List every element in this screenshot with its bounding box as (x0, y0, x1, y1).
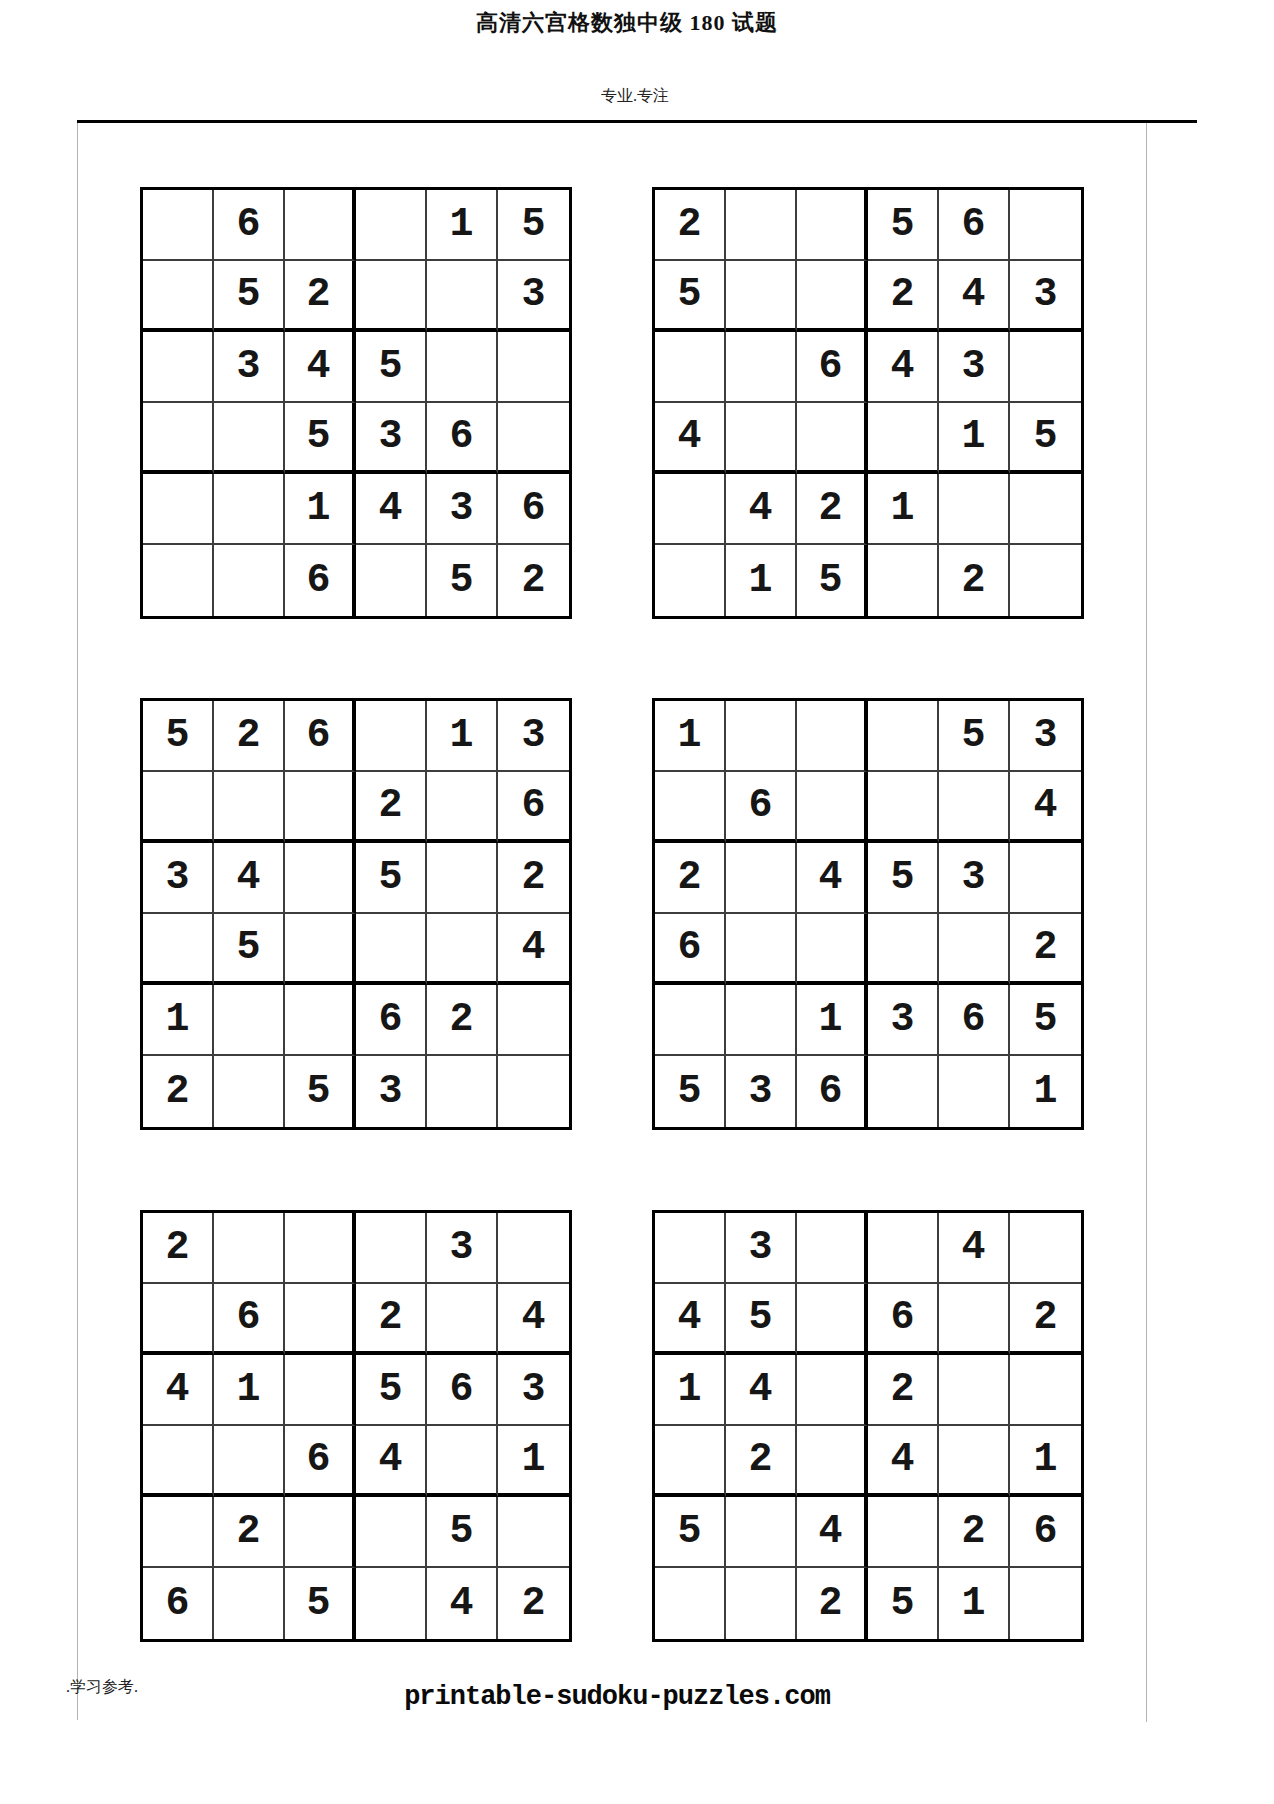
grid6-cell-r5c2 (726, 1497, 797, 1568)
sudoku-grid-3: 5261326345254162253 (140, 698, 572, 1130)
grid2-cell-r6c6 (1010, 545, 1081, 616)
grid5-cell-r3c5: 6 (427, 1355, 498, 1426)
grid2-cell-r2c2 (726, 261, 797, 332)
grid3-cell-r5c5: 2 (427, 985, 498, 1056)
grid2-cell-r1c5: 6 (939, 190, 1010, 261)
grid4-cell-r6c1: 5 (655, 1056, 726, 1127)
grid1-cell-r1c6: 5 (498, 190, 569, 261)
grid1-cell-r6c4 (356, 545, 427, 616)
grid4-cell-r1c4 (868, 701, 939, 772)
grid4-cell-r5c6: 5 (1010, 985, 1081, 1056)
sudoku-grid-1: 6155233455361436652 (140, 187, 572, 619)
grid3-cell-r3c5 (427, 843, 498, 914)
grid4-cell-r4c3 (797, 914, 868, 985)
grid3-cell-r2c1 (143, 772, 214, 843)
grid4-cell-r6c6: 1 (1010, 1056, 1081, 1127)
grid6-cell-r4c1 (655, 1426, 726, 1497)
grid1-cell-r2c6: 3 (498, 261, 569, 332)
grid5-cell-r4c4: 4 (356, 1426, 427, 1497)
grid6-cell-r5c5: 2 (939, 1497, 1010, 1568)
grid2-cell-r5c2: 4 (726, 474, 797, 545)
grid1-cell-r3c3: 4 (285, 332, 356, 403)
grid4-cell-r4c1: 6 (655, 914, 726, 985)
grid1-cell-r5c3: 1 (285, 474, 356, 545)
grid6-cell-r2c3 (797, 1284, 868, 1355)
grid2-cell-r5c4: 1 (868, 474, 939, 545)
grid5-cell-r4c3: 6 (285, 1426, 356, 1497)
grid5-cell-r1c6 (498, 1213, 569, 1284)
grid5-cell-r4c6: 1 (498, 1426, 569, 1497)
grid4-cell-r5c1 (655, 985, 726, 1056)
grid2-cell-r3c2 (726, 332, 797, 403)
grid4-cell-r1c1: 1 (655, 701, 726, 772)
grid5-cell-r5c1 (143, 1497, 214, 1568)
grid3-cell-r2c5 (427, 772, 498, 843)
grid6-cell-r3c1: 1 (655, 1355, 726, 1426)
grid5-cell-r5c6 (498, 1497, 569, 1568)
grid4-cell-r3c3: 4 (797, 843, 868, 914)
grid4-cell-r2c5 (939, 772, 1010, 843)
source-website-text: printable-sudoku-puzzles.com (404, 1682, 830, 1712)
grid6-cell-r4c2: 2 (726, 1426, 797, 1497)
grid1-cell-r4c1 (143, 403, 214, 474)
grid1-cell-r1c4 (356, 190, 427, 261)
grid6-cell-r5c4 (868, 1497, 939, 1568)
grid6-cell-r6c2 (726, 1568, 797, 1639)
grid6-cell-r3c6 (1010, 1355, 1081, 1426)
grid1-cell-r5c5: 3 (427, 474, 498, 545)
grid6-cell-r3c2: 4 (726, 1355, 797, 1426)
grid2-cell-r2c3 (797, 261, 868, 332)
grid2-cell-r5c3: 2 (797, 474, 868, 545)
grid1-cell-r5c6: 6 (498, 474, 569, 545)
grid5-cell-r6c6: 2 (498, 1568, 569, 1639)
grid3-cell-r6c4: 3 (356, 1056, 427, 1127)
grid5-cell-r6c1: 6 (143, 1568, 214, 1639)
grid3-cell-r5c3 (285, 985, 356, 1056)
sudoku-grid-2: 2565243643415421152 (652, 187, 1084, 619)
grid2-cell-r5c5 (939, 474, 1010, 545)
grid4-cell-r3c5: 3 (939, 843, 1010, 914)
grid1-cell-r5c2 (214, 474, 285, 545)
grid3-cell-r6c5 (427, 1056, 498, 1127)
grid3-cell-r2c6: 6 (498, 772, 569, 843)
grid4-cell-r2c2: 6 (726, 772, 797, 843)
grid6-cell-r4c5 (939, 1426, 1010, 1497)
grid2-cell-r1c1: 2 (655, 190, 726, 261)
grid2-cell-r2c5: 4 (939, 261, 1010, 332)
grid6-cell-r6c3: 2 (797, 1568, 868, 1639)
grid4-cell-r1c3 (797, 701, 868, 772)
grid1-cell-r4c2 (214, 403, 285, 474)
grid2-cell-r6c3: 5 (797, 545, 868, 616)
grid4-cell-r6c4 (868, 1056, 939, 1127)
grid1-cell-r6c2 (214, 545, 285, 616)
grid3-cell-r6c1: 2 (143, 1056, 214, 1127)
grid1-cell-r3c4: 5 (356, 332, 427, 403)
grid2-cell-r2c4: 2 (868, 261, 939, 332)
grid4-cell-r3c2 (726, 843, 797, 914)
grid4-cell-r1c2 (726, 701, 797, 772)
grid2-cell-r5c1 (655, 474, 726, 545)
grid5-cell-r5c3 (285, 1497, 356, 1568)
grid4-cell-r3c4: 5 (868, 843, 939, 914)
grid6-cell-r6c5: 1 (939, 1568, 1010, 1639)
grid2-cell-r6c5: 2 (939, 545, 1010, 616)
grid4-cell-r3c6 (1010, 843, 1081, 914)
grid6-cell-r5c1: 5 (655, 1497, 726, 1568)
grid2-cell-r4c2 (726, 403, 797, 474)
grid1-cell-r5c4: 4 (356, 474, 427, 545)
grid2-cell-r1c2 (726, 190, 797, 261)
grid6-cell-r1c4 (868, 1213, 939, 1284)
grid5-cell-r1c5: 3 (427, 1213, 498, 1284)
grid3-cell-r6c2 (214, 1056, 285, 1127)
grid5-cell-r4c1 (143, 1426, 214, 1497)
grid1-cell-r6c1 (143, 545, 214, 616)
grid6-cell-r4c4: 4 (868, 1426, 939, 1497)
grid1-cell-r2c4 (356, 261, 427, 332)
grid5-cell-r3c1: 4 (143, 1355, 214, 1426)
grid4-cell-r2c6: 4 (1010, 772, 1081, 843)
grid1-cell-r4c6 (498, 403, 569, 474)
grid3-cell-r5c1: 1 (143, 985, 214, 1056)
grid5-cell-r4c5 (427, 1426, 498, 1497)
grid3-cell-r1c3: 6 (285, 701, 356, 772)
grid4-cell-r5c3: 1 (797, 985, 868, 1056)
grid1-cell-r6c5: 5 (427, 545, 498, 616)
page-title: 高清六宫格数独中级 180 试题 (476, 8, 778, 38)
grid3-cell-r4c1 (143, 914, 214, 985)
grid5-cell-r3c3 (285, 1355, 356, 1426)
grid1-cell-r2c1 (143, 261, 214, 332)
grid3-cell-r4c2: 5 (214, 914, 285, 985)
grid4-cell-r4c5 (939, 914, 1010, 985)
footer-note: .学习参考. (66, 1677, 138, 1698)
grid4-cell-r1c6: 3 (1010, 701, 1081, 772)
grid2-cell-r2c6: 3 (1010, 261, 1081, 332)
grid5-cell-r1c3 (285, 1213, 356, 1284)
grid5-cell-r5c2: 2 (214, 1497, 285, 1568)
grid5-cell-r1c4 (356, 1213, 427, 1284)
grid5-cell-r4c2 (214, 1426, 285, 1497)
grid3-cell-r2c4: 2 (356, 772, 427, 843)
page-frame-left-line (77, 123, 78, 1720)
grid4-cell-r6c3: 6 (797, 1056, 868, 1127)
grid3-cell-r4c5 (427, 914, 498, 985)
grid1-cell-r2c3: 2 (285, 261, 356, 332)
grid2-cell-r6c4 (868, 545, 939, 616)
grid2-cell-r3c5: 3 (939, 332, 1010, 403)
grid5-cell-r3c6: 3 (498, 1355, 569, 1426)
grid5-cell-r6c4 (356, 1568, 427, 1639)
grid1-cell-r1c1 (143, 190, 214, 261)
grid5-cell-r5c4 (356, 1497, 427, 1568)
grid3-cell-r2c3 (285, 772, 356, 843)
grid5-cell-r3c2: 1 (214, 1355, 285, 1426)
grid4-cell-r3c1: 2 (655, 843, 726, 914)
grid3-cell-r1c4 (356, 701, 427, 772)
sudoku-grid-6: 3445621422415426251 (652, 1210, 1084, 1642)
grid6-cell-r5c3: 4 (797, 1497, 868, 1568)
grid3-cell-r1c5: 1 (427, 701, 498, 772)
grid1-cell-r6c3: 6 (285, 545, 356, 616)
grid1-cell-r3c6 (498, 332, 569, 403)
grid5-cell-r2c2: 6 (214, 1284, 285, 1355)
grid4-cell-r5c4: 3 (868, 985, 939, 1056)
grid3-cell-r3c3 (285, 843, 356, 914)
grid3-cell-r4c4 (356, 914, 427, 985)
grid6-cell-r4c3 (797, 1426, 868, 1497)
grid3-cell-r1c6: 3 (498, 701, 569, 772)
grid1-cell-r3c1 (143, 332, 214, 403)
grid3-cell-r3c2: 4 (214, 843, 285, 914)
grid2-cell-r3c3: 6 (797, 332, 868, 403)
grid3-cell-r3c6: 2 (498, 843, 569, 914)
grid5-cell-r2c3 (285, 1284, 356, 1355)
grid2-cell-r1c3 (797, 190, 868, 261)
grid2-cell-r4c1: 4 (655, 403, 726, 474)
grid2-cell-r3c6 (1010, 332, 1081, 403)
grid2-cell-r5c6 (1010, 474, 1081, 545)
page-frame-right-line (1146, 123, 1147, 1722)
grid3-cell-r6c6 (498, 1056, 569, 1127)
grid4-cell-r5c2 (726, 985, 797, 1056)
grid2-cell-r4c6: 5 (1010, 403, 1081, 474)
grid6-cell-r1c3 (797, 1213, 868, 1284)
grid6-cell-r4c6: 1 (1010, 1426, 1081, 1497)
grid6-cell-r5c6: 6 (1010, 1497, 1081, 1568)
grid6-cell-r2c4: 6 (868, 1284, 939, 1355)
grid1-cell-r4c3: 5 (285, 403, 356, 474)
grid1-cell-r1c3 (285, 190, 356, 261)
grid3-cell-r3c1: 3 (143, 843, 214, 914)
grid5-cell-r3c4: 5 (356, 1355, 427, 1426)
grid3-cell-r5c6 (498, 985, 569, 1056)
page-subtitle: 专业.专注 (601, 86, 669, 107)
grid1-cell-r2c2: 5 (214, 261, 285, 332)
grid1-cell-r5c1 (143, 474, 214, 545)
grid6-cell-r1c5: 4 (939, 1213, 1010, 1284)
grid5-cell-r6c2 (214, 1568, 285, 1639)
grid4-cell-r4c4 (868, 914, 939, 985)
grid2-cell-r3c4: 4 (868, 332, 939, 403)
grid6-cell-r2c6: 2 (1010, 1284, 1081, 1355)
grid6-cell-r1c6 (1010, 1213, 1081, 1284)
grid6-cell-r3c5 (939, 1355, 1010, 1426)
grid2-cell-r4c5: 1 (939, 403, 1010, 474)
grid6-cell-r2c1: 4 (655, 1284, 726, 1355)
grid5-cell-r1c1: 2 (143, 1213, 214, 1284)
grid4-cell-r6c2: 3 (726, 1056, 797, 1127)
sudoku-grid-5: 2362441563641256542 (140, 1210, 572, 1642)
grid4-cell-r2c4 (868, 772, 939, 843)
header-rule (77, 120, 1197, 123)
grid4-cell-r4c2 (726, 914, 797, 985)
grid1-cell-r6c6: 2 (498, 545, 569, 616)
grid3-cell-r4c3 (285, 914, 356, 985)
grid3-cell-r6c3: 5 (285, 1056, 356, 1127)
grid1-cell-r2c5 (427, 261, 498, 332)
grid2-cell-r4c3 (797, 403, 868, 474)
grid6-cell-r6c4: 5 (868, 1568, 939, 1639)
grid5-cell-r2c4: 2 (356, 1284, 427, 1355)
grid6-cell-r2c2: 5 (726, 1284, 797, 1355)
grid1-cell-r3c5 (427, 332, 498, 403)
grid5-cell-r1c2 (214, 1213, 285, 1284)
grid1-cell-r1c5: 1 (427, 190, 498, 261)
sudoku-grid-4: 1536424536213655361 (652, 698, 1084, 1130)
grid1-cell-r4c4: 3 (356, 403, 427, 474)
grid6-cell-r1c1 (655, 1213, 726, 1284)
grid2-cell-r6c1 (655, 545, 726, 616)
grid5-cell-r2c6: 4 (498, 1284, 569, 1355)
grid6-cell-r2c5 (939, 1284, 1010, 1355)
printable-sudoku-sheet: 高清六宫格数独中级 180 试题 专业.专注 61552334553614366… (0, 0, 1274, 1804)
grid4-cell-r1c5: 5 (939, 701, 1010, 772)
grid2-cell-r6c2: 1 (726, 545, 797, 616)
grid3-cell-r4c6: 4 (498, 914, 569, 985)
grid3-cell-r5c4: 6 (356, 985, 427, 1056)
grid5-cell-r5c5: 5 (427, 1497, 498, 1568)
grid3-cell-r1c1: 5 (143, 701, 214, 772)
grid2-cell-r1c6 (1010, 190, 1081, 261)
grid1-cell-r1c2: 6 (214, 190, 285, 261)
grid6-cell-r6c6 (1010, 1568, 1081, 1639)
grid6-cell-r6c1 (655, 1568, 726, 1639)
grid5-cell-r6c5: 4 (427, 1568, 498, 1639)
grid3-cell-r5c2 (214, 985, 285, 1056)
grid2-cell-r2c1: 5 (655, 261, 726, 332)
grid3-cell-r2c2 (214, 772, 285, 843)
grid5-cell-r2c1 (143, 1284, 214, 1355)
grid1-cell-r4c5: 6 (427, 403, 498, 474)
grid4-cell-r5c5: 6 (939, 985, 1010, 1056)
grid6-cell-r3c3 (797, 1355, 868, 1426)
grid4-cell-r2c3 (797, 772, 868, 843)
grid2-cell-r3c1 (655, 332, 726, 403)
grid4-cell-r6c5 (939, 1056, 1010, 1127)
grid6-cell-r3c4: 2 (868, 1355, 939, 1426)
grid5-cell-r2c5 (427, 1284, 498, 1355)
grid2-cell-r1c4: 5 (868, 190, 939, 261)
grid3-cell-r1c2: 2 (214, 701, 285, 772)
grid4-cell-r2c1 (655, 772, 726, 843)
grid6-cell-r1c2: 3 (726, 1213, 797, 1284)
grid2-cell-r4c4 (868, 403, 939, 474)
grid4-cell-r4c6: 2 (1010, 914, 1081, 985)
grid5-cell-r6c3: 5 (285, 1568, 356, 1639)
grid3-cell-r3c4: 5 (356, 843, 427, 914)
grid1-cell-r3c2: 3 (214, 332, 285, 403)
